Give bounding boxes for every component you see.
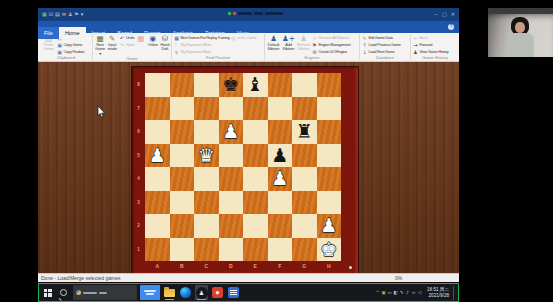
square-e3[interactable] [243, 191, 268, 215]
edit-game-data-icon: ✎ [362, 35, 368, 41]
square-c1[interactable] [194, 238, 219, 262]
view-game-history-icon: ♟ [413, 49, 419, 55]
square-f1[interactable] [268, 238, 293, 262]
square-g7[interactable] [292, 97, 317, 121]
rank-label-3: 3 [132, 191, 145, 215]
tab-training[interactable]: Training [199, 27, 231, 39]
chess-board: 87654321 ♚♝♟♜♟♛♟♟♟♚ ABCDEFGH [132, 67, 358, 273]
square-c4[interactable] [194, 167, 219, 191]
taskbar-clock[interactable]: 18:51 周二 2021/9/28 [427, 287, 449, 297]
square-h3[interactable] [317, 191, 342, 215]
copy-game-button[interactable]: ▣Copy Game [57, 41, 85, 48]
square-a5[interactable]: ♟ [145, 144, 170, 168]
square-a3[interactable] [145, 191, 170, 215]
new-board-icon[interactable]: ▦ [42, 8, 47, 21]
square-d5[interactable] [219, 144, 244, 168]
quick-access-toolbar: ▦⛁▤✉♟⚑▾ [42, 8, 83, 21]
tray-storage-icon[interactable]: ◧ [393, 285, 398, 300]
label: Default Kibitzer [267, 43, 281, 52]
square-e6[interactable] [243, 120, 268, 144]
square-h7[interactable] [317, 97, 342, 121]
board-area: 87654321 ♚♝♟♜♟♛♟♟♟♚ ABCDEFGH [38, 62, 459, 273]
rank-label-8: 8 [132, 73, 145, 97]
square-a7[interactable] [145, 97, 170, 121]
label: Load Previous Game [369, 42, 401, 47]
tab-report[interactable]: Report [138, 27, 167, 39]
white-pawn[interactable]: ♟ [317, 214, 342, 238]
label: Back [420, 35, 428, 40]
square-b5[interactable] [170, 144, 195, 168]
ribbon-group-label: Find Position [172, 55, 264, 61]
white-king[interactable]: ♚ [317, 238, 342, 262]
square-f2[interactable] [268, 214, 293, 238]
square-d7[interactable] [219, 97, 244, 121]
square-b8[interactable] [170, 73, 195, 97]
back-button[interactable]: ←Back [413, 34, 449, 41]
engine-management-icon: ⚑ [312, 42, 318, 48]
pawn-icon[interactable]: ♟ [68, 8, 72, 21]
white-pawn[interactable]: ♟ [145, 144, 170, 168]
label: Load Next Game [369, 49, 395, 54]
mouse-cursor [97, 105, 106, 123]
square-g4[interactable] [292, 167, 317, 191]
load-previous-game-button[interactable]: ↑Load Previous Game [362, 41, 401, 48]
title-text [265, 12, 283, 15]
label: My Repertoire White [181, 42, 212, 47]
square-f3[interactable] [268, 191, 293, 215]
print-icon[interactable]: ▤ [55, 8, 60, 21]
app-blue-button[interactable] [227, 285, 240, 300]
title-icon-green [228, 12, 231, 15]
mail-icon[interactable]: ✉ [62, 8, 66, 21]
remove-all-kibitzers-button[interactable]: ×Remove All Kibitzers [312, 34, 351, 41]
help-icon[interactable]: ? [448, 24, 454, 30]
copy-game-icon: ▣ [57, 42, 63, 48]
square-f7[interactable] [268, 97, 293, 121]
widget-button[interactable] [140, 285, 160, 300]
square-a8[interactable] [145, 73, 170, 97]
load-next-game-button[interactable]: ↓Load Next Game [362, 48, 401, 55]
title-text [254, 12, 263, 15]
label: New Game ▾ [95, 43, 106, 56]
square-g6[interactable]: ♜ [292, 120, 317, 144]
square-c5[interactable]: ♛ [194, 144, 219, 168]
tray-network-icon[interactable]: ≈ [411, 285, 416, 300]
square-f4[interactable]: ♟ [268, 167, 293, 191]
square-a6[interactable] [145, 120, 170, 144]
square-d3[interactable] [219, 191, 244, 215]
remove-all-kibitzers-icon: × [312, 35, 318, 41]
video-call-stage: ▦⛁▤✉♟⚑▾ ─▢✕ FileHomeInsertBoardReportAna… [0, 0, 553, 302]
tab-view[interactable]: View [231, 27, 255, 39]
tray-security-icon[interactable]: ▣ [381, 285, 386, 300]
copy-position-button[interactable]: ▣Copy Position [57, 48, 85, 55]
redo-button[interactable]: ↷Redo [119, 41, 134, 48]
my-repertoire-white-icon: ♘ [174, 42, 180, 48]
file-label-f: F [268, 261, 293, 273]
save-icon[interactable]: ⛁ [49, 8, 53, 21]
chess-app-window: ▦⛁▤✉♟⚑▾ ─▢✕ FileHomeInsertBoardReportAna… [38, 8, 459, 282]
label: Redo [126, 42, 134, 47]
forward-button[interactable]: →Forward [413, 41, 449, 48]
square-c3[interactable] [194, 191, 219, 215]
square-f8[interactable] [268, 73, 293, 97]
label: Create UCI Engine [319, 49, 347, 54]
file-label-h: H [317, 261, 342, 273]
clock-date: 2021/9/28 [427, 293, 449, 298]
edit-game-data-button[interactable]: ✎Edit Game Data [362, 34, 401, 41]
title-text [238, 12, 252, 15]
square-d4[interactable] [219, 167, 244, 191]
load-next-game-icon: ↓ [362, 49, 368, 55]
square-a1[interactable] [145, 238, 170, 262]
square-h8[interactable] [317, 73, 342, 97]
square-g2[interactable] [292, 214, 317, 238]
label: Engine Management [319, 42, 351, 47]
my-repertoire-white-button[interactable]: ♘My Repertoire White [174, 41, 230, 48]
status-bar: Done - Load/Merge selected games 0% [38, 273, 459, 282]
tray-chevron-icon[interactable]: ^ [375, 285, 380, 300]
window-controls: ─▢✕ [435, 8, 455, 21]
tray-pen-icon[interactable]: ✎ [399, 285, 404, 300]
status-progress: 0% [395, 274, 402, 282]
square-h5[interactable] [317, 144, 342, 168]
remove-kibitzer-button[interactable]: ♟Remove Kibitzer [297, 34, 311, 55]
square-b6[interactable] [170, 120, 195, 144]
tab-home[interactable]: Home [59, 27, 86, 39]
square-d6[interactable]: ♟ [219, 120, 244, 144]
file-explorer-button[interactable] [163, 285, 176, 300]
rank-label-7: 7 [132, 97, 145, 121]
label: Add Kibitzer [282, 43, 296, 52]
tray-display-icon[interactable]: ▭ [387, 285, 392, 300]
file-label-b: B [170, 261, 195, 273]
square-e4[interactable] [243, 167, 268, 191]
black-king[interactable]: ♚ [219, 73, 244, 97]
file-label-e: E [243, 261, 268, 273]
title-icon-red [233, 12, 236, 15]
rank-labels: 87654321 [132, 73, 145, 261]
white-pawn[interactable]: ♟ [268, 167, 293, 191]
titlebar: ▦⛁▤✉♟⚑▾ ─▢✕ [38, 8, 459, 21]
square-g3[interactable] [292, 191, 317, 215]
my-repertoire-black-button[interactable]: ♞My Repertoire Black [174, 48, 230, 55]
square-h6[interactable] [317, 120, 342, 144]
ribbon-group-engines: ♟Default Kibitzer♟+Add Kibitzer♟Remove K… [265, 33, 359, 61]
window-title [228, 12, 283, 15]
square-c8[interactable] [194, 73, 219, 97]
person-face [515, 22, 525, 33]
square-c7[interactable] [194, 97, 219, 121]
square-c6[interactable] [194, 120, 219, 144]
close-button[interactable]: ✕ [451, 8, 455, 21]
square-h4[interactable] [317, 167, 342, 191]
square-b2[interactable] [170, 214, 195, 238]
white-queen[interactable]: ♛ [194, 144, 219, 168]
app-red-button[interactable]: ◆ [211, 285, 224, 300]
square-a4[interactable] [145, 167, 170, 191]
add-kibitzer-button[interactable]: ♟+Add Kibitzer [282, 34, 296, 55]
square-d8[interactable]: ♚ [219, 73, 244, 97]
rank-label-4: 4 [132, 167, 145, 191]
forward-icon: → [413, 42, 419, 48]
ribbon-group-label: Engines [265, 55, 359, 61]
ribbon-group-label: Game History [411, 55, 459, 61]
label: Copy Position [64, 49, 85, 54]
square-f6[interactable] [268, 120, 293, 144]
status-text: Done - Load/Merge selected games [41, 274, 121, 282]
create-uci-engine-icon: ⚙ [312, 49, 318, 55]
chess-app-button[interactable]: ♟ [195, 285, 208, 300]
rank-label-6: 6 [132, 120, 145, 144]
square-g5[interactable] [292, 144, 317, 168]
side-to-move-indicator [349, 266, 352, 269]
tab-analysis[interactable]: Analysis [167, 27, 199, 39]
tab-file[interactable]: File [38, 27, 59, 39]
square-b4[interactable] [170, 167, 195, 191]
label: Hand Disk [159, 43, 170, 52]
file-label-a: A [145, 261, 170, 273]
rank-label-1: 1 [132, 238, 145, 262]
square-h1[interactable]: ♚ [317, 238, 342, 262]
board-grid: ♚♝♟♜♟♛♟♟♟♚ [145, 73, 341, 261]
redo-icon: ↷ [119, 42, 125, 48]
square-g1[interactable] [292, 238, 317, 262]
square-e2[interactable] [243, 214, 268, 238]
ribbon-group-history: ←Back→Forward♟View Game HistoryGame Hist… [411, 33, 459, 61]
square-c2[interactable] [194, 214, 219, 238]
file-labels: ABCDEFGH [145, 261, 341, 273]
square-b7[interactable] [170, 97, 195, 121]
label: Paste Game [42, 43, 56, 52]
ribbon-tab-row: FileHomeInsertBoardReportAnalysisTrainin… [38, 21, 459, 33]
square-d1[interactable] [219, 238, 244, 262]
square-e8[interactable]: ♝ [243, 73, 268, 97]
show-desktop-button[interactable] [453, 286, 456, 300]
minimize-button[interactable]: ─ [435, 8, 439, 21]
label: Copy Game [64, 42, 83, 47]
label: Online [148, 43, 158, 47]
shared-screen: ▦⛁▤✉♟⚑▾ ─▢✕ FileHomeInsertBoardReportAna… [38, 8, 459, 302]
flag-icon[interactable]: ⚑ [74, 8, 78, 21]
black-rook[interactable]: ♜ [292, 120, 317, 144]
ribbon-group-database: ✎Edit Game Data↑Load Previous Game↓Load … [360, 33, 410, 61]
file-label-g: G [292, 261, 317, 273]
view-game-history-button[interactable]: ♟View Game History [413, 48, 449, 55]
black-pawn[interactable]: ♟ [268, 144, 293, 168]
square-e5[interactable] [243, 144, 268, 168]
file-label-c: C [194, 261, 219, 273]
taskbar: ♟◆ ^▣▭◧✎♪≈◁ 18:51 周二 2021/9/28 [38, 283, 459, 302]
system-tray: ^▣▭◧✎♪≈◁ [375, 285, 422, 300]
label: Forward [420, 42, 433, 47]
rank-label-5: 5 [132, 144, 145, 168]
default-kibitzer-button[interactable]: ♟Default Kibitzer [267, 34, 281, 55]
square-b1[interactable] [170, 238, 195, 262]
search-box[interactable] [73, 285, 137, 300]
copy-position-icon: ▣ [57, 49, 63, 55]
webcam-video [488, 14, 553, 57]
webcam-tile[interactable] [488, 8, 553, 57]
square-e7[interactable] [243, 97, 268, 121]
ribbon-group-label: Database [360, 55, 410, 61]
label: View Game History [420, 49, 449, 54]
tray-audio-icon[interactable]: ♪ [405, 285, 410, 300]
tab-board[interactable]: Board [111, 27, 138, 39]
label: Input mode [107, 43, 118, 52]
start-button[interactable] [41, 285, 54, 300]
label: My Repertoire Black [181, 49, 211, 54]
person-shirt [507, 33, 534, 57]
load-previous-game-icon: ↑ [362, 42, 368, 48]
search-button[interactable] [57, 285, 70, 300]
square-b3[interactable] [170, 191, 195, 215]
black-bishop[interactable]: ♝ [243, 73, 268, 97]
engine-management-button[interactable]: ⚑Engine Management [312, 41, 351, 48]
square-e1[interactable] [243, 238, 268, 262]
label: Remove Kibitzer [297, 43, 311, 52]
square-h2[interactable]: ♟ [317, 214, 342, 238]
label: Edit Game Data [369, 35, 393, 40]
square-g8[interactable] [292, 73, 317, 97]
clock-time: 18:51 周二 [427, 287, 449, 292]
label: Remove All Kibitzers [319, 35, 350, 40]
rank-label-2: 2 [132, 214, 145, 238]
tab-insert[interactable]: Insert [86, 27, 112, 39]
ribbon-group-label: Clipboard [40, 55, 92, 61]
dropdown-icon[interactable]: ▾ [81, 8, 84, 21]
edge-button[interactable] [179, 285, 192, 300]
ribbon-group-label: Game [93, 56, 171, 61]
create-uci-engine-button[interactable]: ⚙Create UCI Engine [312, 48, 351, 55]
white-pawn[interactable]: ♟ [219, 120, 244, 144]
file-label-d: D [219, 261, 244, 273]
tray-volume-icon[interactable]: ◁ [417, 285, 422, 300]
square-f5[interactable]: ♟ [268, 144, 293, 168]
back-icon: ← [413, 35, 419, 41]
square-d2[interactable] [219, 214, 244, 238]
square-a2[interactable] [145, 214, 170, 238]
my-repertoire-black-icon: ♞ [174, 49, 180, 55]
maximize-button[interactable]: ▢ [442, 8, 447, 21]
